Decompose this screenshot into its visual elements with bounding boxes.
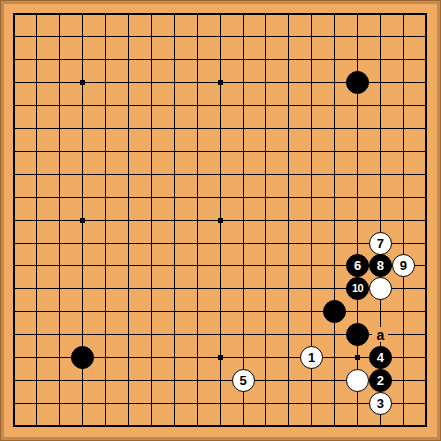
move-5-white-stone-11-17: 5 xyxy=(232,369,255,392)
hoshi-point xyxy=(80,218,85,223)
hoshi-point xyxy=(218,80,223,85)
hoshi-point xyxy=(355,355,360,360)
grid-line-horizontal xyxy=(14,311,426,312)
black-stone-16-15 xyxy=(346,323,369,346)
grid-line-vertical xyxy=(243,14,244,426)
grid-line-vertical xyxy=(288,14,289,426)
grid-line-vertical xyxy=(265,14,266,426)
go-board: 76891014523a xyxy=(0,0,441,441)
move-4-black-stone-17-16: 4 xyxy=(369,346,392,369)
move-7-white-stone-17-11: 7 xyxy=(369,232,392,255)
point-label-a: a xyxy=(372,327,388,342)
grid-line-horizontal xyxy=(14,403,426,404)
move-2-black-stone-17-17: 2 xyxy=(369,369,392,392)
grid-line-horizontal xyxy=(14,243,426,244)
hoshi-point xyxy=(218,218,223,223)
grid-line-vertical xyxy=(426,14,427,426)
white-stone-16-17 xyxy=(346,369,369,392)
move-3-white-stone-17-18: 3 xyxy=(369,392,392,415)
hoshi-point xyxy=(80,80,85,85)
grid-line-vertical xyxy=(403,14,404,426)
grid-line-vertical xyxy=(334,14,335,426)
grid-line-horizontal xyxy=(14,426,426,427)
hoshi-point xyxy=(218,355,223,360)
